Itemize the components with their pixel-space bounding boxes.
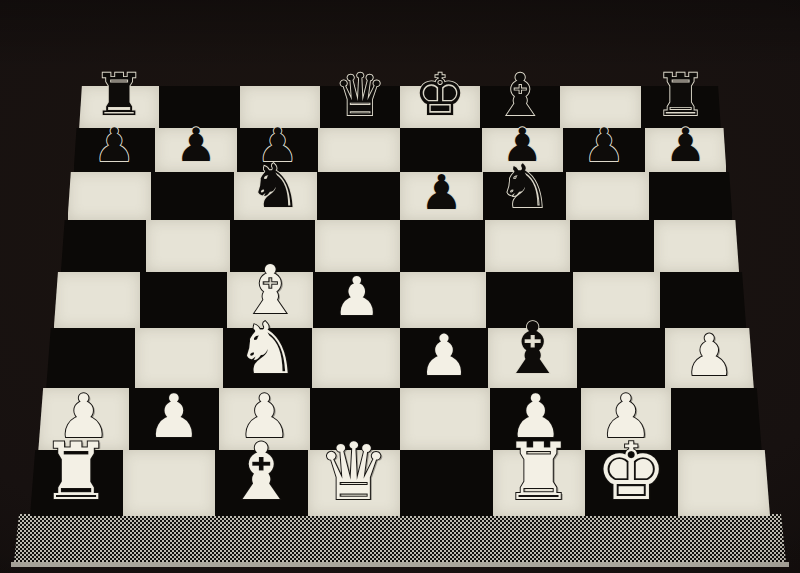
square-h7[interactable]: ♟ bbox=[645, 128, 727, 172]
square-c6[interactable]: ♞ bbox=[234, 172, 317, 220]
square-g6[interactable] bbox=[566, 172, 649, 220]
square-b5[interactable] bbox=[146, 220, 231, 272]
white-bishop-c1[interactable]: ♝ bbox=[226, 433, 297, 512]
square-a3[interactable] bbox=[46, 328, 134, 388]
board-rank-4: ♝♟ bbox=[54, 272, 746, 328]
square-b7[interactable]: ♟ bbox=[155, 128, 237, 172]
square-d4[interactable]: ♟ bbox=[313, 272, 400, 328]
square-f3[interactable]: ♝ bbox=[488, 328, 576, 388]
board-rank-6: ♞♟♞ bbox=[68, 172, 733, 220]
square-d5[interactable] bbox=[315, 220, 400, 272]
square-h1[interactable] bbox=[678, 450, 771, 516]
white-pawn-b2[interactable]: ♟ bbox=[147, 386, 201, 446]
black-queen-d8[interactable]: ♛ bbox=[334, 66, 386, 124]
board-rank-1: ♜♝♛♜♚ bbox=[30, 450, 770, 516]
square-e6[interactable]: ♟ bbox=[400, 172, 483, 220]
square-f5[interactable] bbox=[485, 220, 570, 272]
square-d7[interactable] bbox=[318, 128, 400, 172]
square-e4[interactable] bbox=[400, 272, 487, 328]
black-rook-h8[interactable]: ♜ bbox=[655, 66, 707, 124]
black-bishop-f8[interactable]: ♝ bbox=[494, 66, 546, 124]
white-knight-c3[interactable]: ♞ bbox=[235, 313, 299, 384]
square-a6[interactable] bbox=[68, 172, 151, 220]
black-pawn-a7[interactable]: ♟ bbox=[94, 122, 136, 168]
square-g3[interactable] bbox=[577, 328, 665, 388]
square-a4[interactable] bbox=[54, 272, 141, 328]
board-rank-3: ♞♟♝♟ bbox=[46, 328, 754, 388]
square-b3[interactable] bbox=[135, 328, 223, 388]
square-c3[interactable]: ♞ bbox=[223, 328, 311, 388]
black-pawn-h7[interactable]: ♟ bbox=[665, 122, 707, 168]
square-g7[interactable]: ♟ bbox=[563, 128, 645, 172]
board-front-edge bbox=[14, 514, 786, 562]
square-a1[interactable]: ♜ bbox=[30, 450, 123, 516]
square-h3[interactable]: ♟ bbox=[665, 328, 753, 388]
black-pawn-e6[interactable]: ♟ bbox=[420, 168, 463, 216]
black-rook-a8[interactable]: ♜ bbox=[93, 66, 145, 124]
square-a7[interactable]: ♟ bbox=[74, 128, 156, 172]
square-d3[interactable] bbox=[312, 328, 400, 388]
square-e5[interactable] bbox=[400, 220, 485, 272]
board-rank-7: ♟♟♟♟♟♟ bbox=[74, 128, 727, 172]
square-b4[interactable] bbox=[140, 272, 227, 328]
square-b2[interactable]: ♟ bbox=[129, 388, 219, 450]
board-rank-5 bbox=[61, 220, 739, 272]
square-b6[interactable] bbox=[151, 172, 234, 220]
white-king-g1[interactable]: ♚ bbox=[596, 433, 667, 512]
white-pawn-e3[interactable]: ♟ bbox=[419, 327, 470, 384]
square-h2[interactable] bbox=[671, 388, 761, 450]
white-pawn-d4[interactable]: ♟ bbox=[333, 270, 381, 324]
chess-photo-scene: ♜♛♚♝♜♟♟♟♟♟♟♞♟♞♝♟♞♟♝♟♟♟♟♟♟♜♝♛♜♚ bbox=[0, 0, 800, 573]
square-g1[interactable]: ♚ bbox=[585, 450, 678, 516]
black-king-e8[interactable]: ♚ bbox=[414, 66, 466, 124]
square-a5[interactable] bbox=[61, 220, 146, 272]
square-h4[interactable] bbox=[660, 272, 747, 328]
square-f6[interactable]: ♞ bbox=[483, 172, 566, 220]
square-d8[interactable]: ♛ bbox=[320, 86, 400, 128]
black-knight-c6[interactable]: ♞ bbox=[248, 156, 302, 216]
white-pawn-h3[interactable]: ♟ bbox=[684, 327, 735, 384]
square-c1[interactable]: ♝ bbox=[215, 450, 308, 516]
white-queen-d1[interactable]: ♛ bbox=[318, 433, 389, 512]
square-h5[interactable] bbox=[654, 220, 739, 272]
chess-board: ♜♛♚♝♜♟♟♟♟♟♟♞♟♞♝♟♞♟♝♟♟♟♟♟♟♜♝♛♜♚ bbox=[0, 86, 800, 518]
square-d6[interactable] bbox=[317, 172, 400, 220]
white-rook-f1[interactable]: ♜ bbox=[503, 433, 574, 512]
square-e1[interactable] bbox=[400, 450, 493, 516]
square-h6[interactable] bbox=[649, 172, 732, 220]
square-d1[interactable]: ♛ bbox=[308, 450, 401, 516]
black-pawn-g7[interactable]: ♟ bbox=[583, 122, 625, 168]
black-pawn-b7[interactable]: ♟ bbox=[175, 122, 217, 168]
square-e8[interactable]: ♚ bbox=[400, 86, 480, 128]
black-knight-f6[interactable]: ♞ bbox=[498, 156, 552, 216]
board-front-edge-base bbox=[11, 562, 789, 567]
square-g4[interactable] bbox=[573, 272, 660, 328]
square-b1[interactable] bbox=[123, 450, 216, 516]
square-g5[interactable] bbox=[570, 220, 655, 272]
square-f1[interactable]: ♜ bbox=[493, 450, 586, 516]
square-e3[interactable]: ♟ bbox=[400, 328, 488, 388]
white-rook-a1[interactable]: ♜ bbox=[41, 433, 112, 512]
black-bishop-f3[interactable]: ♝ bbox=[501, 313, 565, 384]
square-e2[interactable] bbox=[400, 388, 490, 450]
